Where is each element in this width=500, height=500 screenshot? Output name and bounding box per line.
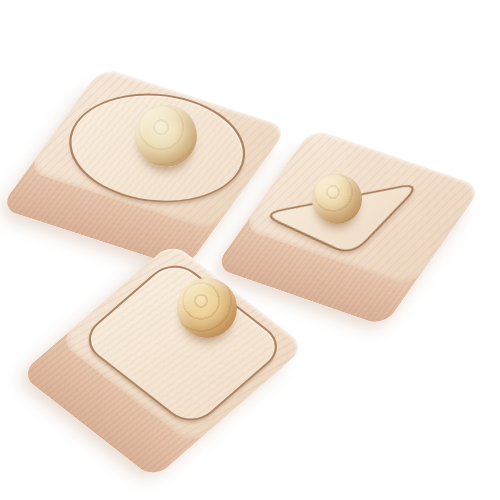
circle-piece-knob [135, 105, 197, 167]
product-photo-stage [0, 0, 500, 500]
triangle-piece-knob [312, 174, 362, 224]
square-piece-knob [177, 278, 237, 338]
triangle-puzzle-board [242, 128, 483, 287]
